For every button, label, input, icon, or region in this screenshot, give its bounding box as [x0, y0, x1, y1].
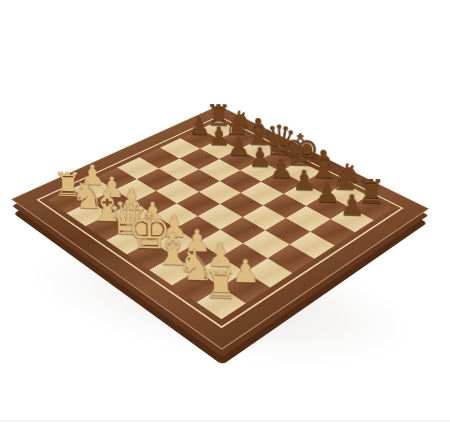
square-e7: ♟	[261, 171, 302, 193]
piece-black-rook-a8: ♜	[205, 101, 232, 131]
square-a5	[140, 148, 180, 169]
piece-black-knight-b8: ♞	[223, 106, 253, 140]
square-a7: ♟	[181, 129, 220, 148]
piece-black-pawn-b7: ♟	[207, 123, 230, 149]
square-c7: ♟	[219, 149, 259, 170]
square-b7: ♟	[200, 139, 239, 159]
page-divider-line	[0, 420, 450, 422]
piece-white-rook-h1: ♜	[203, 265, 238, 304]
square-d8: ♛	[259, 150, 299, 171]
piece-black-queen-d8: ♛	[260, 120, 297, 162]
board-grid: ♜♞♝♛♚♝♞♜♟♟♟♟♟♟♟♟♟♟♟♟♟♟♟♟♜♞♝♛♚♝♞♜	[48, 120, 393, 319]
square-e6	[241, 182, 283, 205]
square-b5	[159, 158, 200, 180]
camera-shear-wrapper: ♜♞♝♛♚♝♞♜♟♟♟♟♟♟♟♟♟♟♟♟♟♟♟♟♜♞♝♛♚♝♞♜	[0, 0, 450, 428]
piece-black-pawn-h7: ♟	[339, 191, 365, 220]
piece-black-pawn-g7: ♟	[315, 179, 341, 208]
piece-black-king-e8: ♚	[281, 128, 321, 172]
piece-black-pawn-d7: ♟	[248, 144, 272, 171]
square-c6	[199, 159, 240, 181]
piece-black-pawn-c7: ♟	[227, 134, 251, 161]
square-c8: ♝	[239, 140, 278, 160]
square-b6	[179, 148, 219, 169]
square-d5	[199, 181, 241, 204]
square-a8: ♜	[200, 120, 238, 139]
square-b8: ♞	[219, 130, 258, 149]
square-d6	[220, 170, 261, 192]
square-c5	[178, 169, 219, 191]
board-border: ♜♞♝♛♚♝♞♜♟♟♟♟♟♟♟♟♟♟♟♟♟♟♟♟♜♞♝♛♚♝♞♜	[11, 105, 430, 349]
square-a6	[160, 138, 199, 158]
piece-black-bishop-c8: ♝	[241, 113, 274, 150]
chess-board: ♜♞♝♛♚♝♞♜♟♟♟♟♟♟♟♟♟♟♟♟♟♟♟♟♜♞♝♛♚♝♞♜	[11, 105, 430, 349]
piece-black-pawn-f7: ♟	[292, 167, 317, 195]
piece-black-pawn-a7: ♟	[188, 114, 211, 140]
scene-3d: ♜♞♝♛♚♝♞♜♟♟♟♟♟♟♟♟♟♟♟♟♟♟♟♟♜♞♝♛♚♝♞♜	[0, 0, 450, 428]
square-d7: ♟	[240, 160, 281, 182]
product-photo-stage: ♜♞♝♛♚♝♞♜♟♟♟♟♟♟♟♟♟♟♟♟♟♟♟♟♜♞♝♛♚♝♞♜	[0, 0, 450, 428]
piece-black-pawn-e7: ♟	[269, 155, 294, 183]
